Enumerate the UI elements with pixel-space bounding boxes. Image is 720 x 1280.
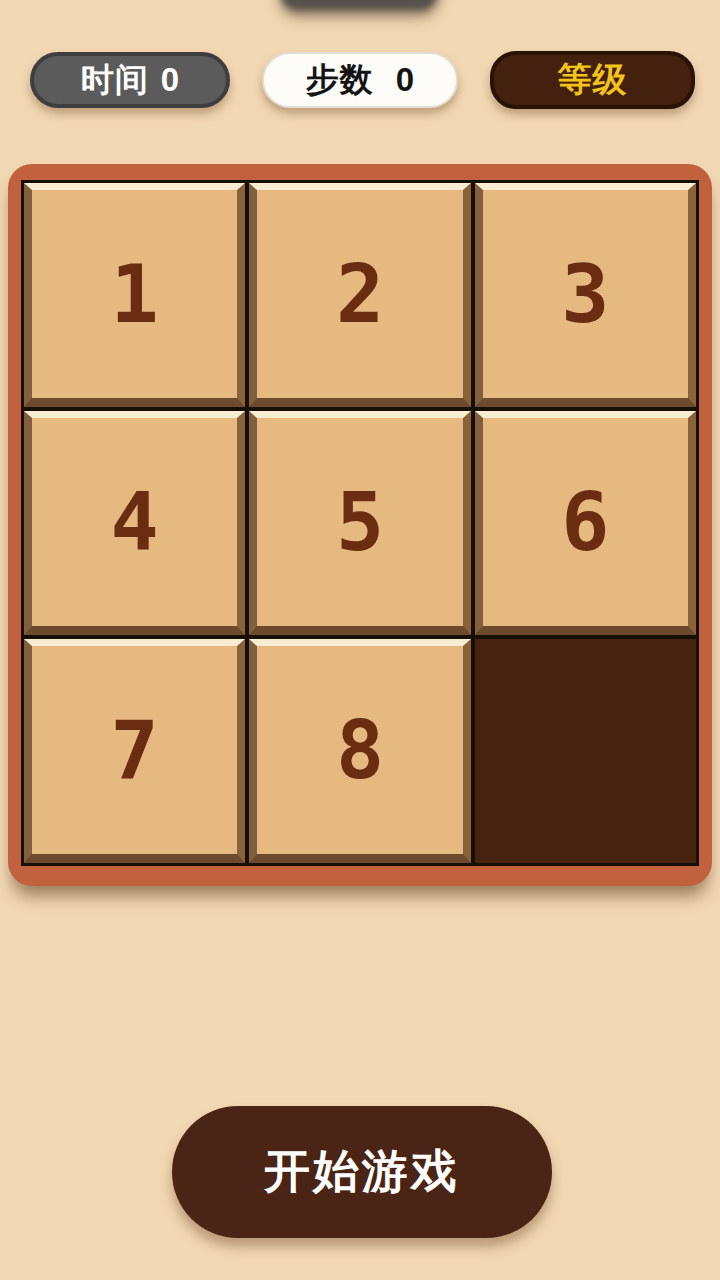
steps-status-pill: 步数 0 <box>262 52 458 108</box>
level-button[interactable]: 等级 <box>490 51 695 109</box>
puzzle-app-screen: 时间 0 步数 0 等级 1 2 3 4 5 6 7 8 开始游戏 <box>0 0 720 1280</box>
start-game-button[interactable]: 开始游戏 <box>172 1106 552 1238</box>
empty-cell <box>475 639 696 863</box>
tile-1[interactable]: 1 <box>24 183 245 407</box>
time-value: 0 <box>161 61 179 99</box>
time-label: 时间 <box>81 58 149 103</box>
tile-8[interactable]: 8 <box>249 639 470 863</box>
steps-value: 0 <box>396 61 414 99</box>
time-status-pill: 时间 0 <box>30 52 230 108</box>
tile-2[interactable]: 2 <box>249 183 470 407</box>
tile-7[interactable]: 7 <box>24 639 245 863</box>
top-banner-remnant <box>280 0 438 10</box>
level-label: 等级 <box>558 57 628 103</box>
steps-label: 步数 <box>306 58 374 103</box>
puzzle-grid: 1 2 3 4 5 6 7 8 <box>21 180 699 866</box>
tile-3[interactable]: 3 <box>475 183 696 407</box>
tile-4[interactable]: 4 <box>24 411 245 635</box>
tile-6[interactable]: 6 <box>475 411 696 635</box>
tile-5[interactable]: 5 <box>249 411 470 635</box>
puzzle-board-frame: 1 2 3 4 5 6 7 8 <box>8 164 712 886</box>
start-game-label: 开始游戏 <box>264 1141 460 1203</box>
